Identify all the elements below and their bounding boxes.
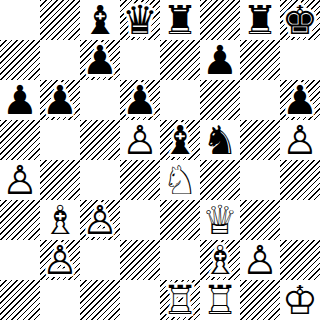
white-pawn: ♙ <box>82 200 118 240</box>
white-pawn: ♙ <box>2 160 38 200</box>
square-e3[interactable] <box>160 200 200 240</box>
square-g6[interactable] <box>240 80 280 120</box>
black-pawn: ♟ <box>282 80 318 120</box>
square-b8[interactable] <box>40 0 80 40</box>
black-rook: ♜ <box>242 0 278 40</box>
square-f5[interactable]: ♞ <box>200 120 240 160</box>
square-d1[interactable] <box>120 280 160 320</box>
black-pawn: ♟ <box>2 80 38 120</box>
white-queen: ♕ <box>202 200 238 240</box>
square-h5[interactable]: ♙ <box>280 120 320 160</box>
square-g3[interactable] <box>240 200 280 240</box>
square-d8[interactable]: ♛ <box>120 0 160 40</box>
square-d7[interactable] <box>120 40 160 80</box>
white-pawn: ♙ <box>242 240 278 280</box>
square-a4[interactable]: ♙ <box>0 160 40 200</box>
square-c5[interactable] <box>80 120 120 160</box>
square-g1[interactable] <box>240 280 280 320</box>
square-e1[interactable]: ♖ <box>160 280 200 320</box>
square-a6[interactable]: ♟ <box>0 80 40 120</box>
square-b2[interactable]: ♙ <box>40 240 80 280</box>
square-h7[interactable] <box>280 40 320 80</box>
square-e5[interactable]: ♝ <box>160 120 200 160</box>
square-h1[interactable]: ♔ <box>280 280 320 320</box>
square-d2[interactable] <box>120 240 160 280</box>
square-d4[interactable] <box>120 160 160 200</box>
black-bishop: ♝ <box>82 0 118 40</box>
square-g5[interactable] <box>240 120 280 160</box>
square-a7[interactable] <box>0 40 40 80</box>
square-h6[interactable]: ♟ <box>280 80 320 120</box>
square-h3[interactable] <box>280 200 320 240</box>
white-bishop: ♗ <box>42 200 78 240</box>
square-c3[interactable]: ♙ <box>80 200 120 240</box>
square-h4[interactable] <box>280 160 320 200</box>
black-rook: ♜ <box>162 0 198 40</box>
square-b1[interactable] <box>40 280 80 320</box>
white-bishop: ♗ <box>202 240 238 280</box>
black-queen: ♛ <box>122 0 158 40</box>
chess-board: ♝♛♜♜♚♟♟♟♟♟♟♙♝♞♙♙♘♗♙♕♙♗♙♖♖♔ <box>0 0 320 320</box>
square-b4[interactable] <box>40 160 80 200</box>
square-f6[interactable] <box>200 80 240 120</box>
square-a8[interactable] <box>0 0 40 40</box>
square-c8[interactable]: ♝ <box>80 0 120 40</box>
square-d5[interactable]: ♙ <box>120 120 160 160</box>
square-g7[interactable] <box>240 40 280 80</box>
square-d6[interactable]: ♟ <box>120 80 160 120</box>
square-f7[interactable]: ♟ <box>200 40 240 80</box>
square-b6[interactable]: ♟ <box>40 80 80 120</box>
white-knight: ♘ <box>162 160 198 200</box>
square-c4[interactable] <box>80 160 120 200</box>
black-knight: ♞ <box>202 120 238 160</box>
square-f3[interactable]: ♕ <box>200 200 240 240</box>
black-pawn: ♟ <box>122 80 158 120</box>
black-bishop: ♝ <box>162 120 198 160</box>
square-b7[interactable] <box>40 40 80 80</box>
square-e4[interactable]: ♘ <box>160 160 200 200</box>
square-c7[interactable]: ♟ <box>80 40 120 80</box>
square-d3[interactable] <box>120 200 160 240</box>
square-g8[interactable]: ♜ <box>240 0 280 40</box>
square-f1[interactable]: ♖ <box>200 280 240 320</box>
square-a2[interactable] <box>0 240 40 280</box>
white-pawn: ♙ <box>42 240 78 280</box>
black-pawn: ♟ <box>82 40 118 80</box>
square-a3[interactable] <box>0 200 40 240</box>
square-f8[interactable] <box>200 0 240 40</box>
square-b3[interactable]: ♗ <box>40 200 80 240</box>
black-pawn: ♟ <box>202 40 238 80</box>
white-rook: ♖ <box>162 280 198 320</box>
white-rook: ♖ <box>202 280 238 320</box>
white-pawn: ♙ <box>122 120 158 160</box>
square-h8[interactable]: ♚ <box>280 0 320 40</box>
square-a1[interactable] <box>0 280 40 320</box>
square-g4[interactable] <box>240 160 280 200</box>
square-g2[interactable]: ♙ <box>240 240 280 280</box>
square-e7[interactable] <box>160 40 200 80</box>
black-king: ♚ <box>282 0 318 40</box>
square-e2[interactable] <box>160 240 200 280</box>
square-f4[interactable] <box>200 160 240 200</box>
square-c6[interactable] <box>80 80 120 120</box>
square-e8[interactable]: ♜ <box>160 0 200 40</box>
square-a5[interactable] <box>0 120 40 160</box>
white-pawn: ♙ <box>282 120 318 160</box>
chess-diagram: ♝♛♜♜♚♟♟♟♟♟♟♙♝♞♙♙♘♗♙♕♙♗♙♖♖♔ <box>0 0 320 320</box>
white-king: ♔ <box>282 280 318 320</box>
square-c1[interactable] <box>80 280 120 320</box>
square-f2[interactable]: ♗ <box>200 240 240 280</box>
square-c2[interactable] <box>80 240 120 280</box>
square-h2[interactable] <box>280 240 320 280</box>
black-pawn: ♟ <box>42 80 78 120</box>
square-e6[interactable] <box>160 80 200 120</box>
square-b5[interactable] <box>40 120 80 160</box>
